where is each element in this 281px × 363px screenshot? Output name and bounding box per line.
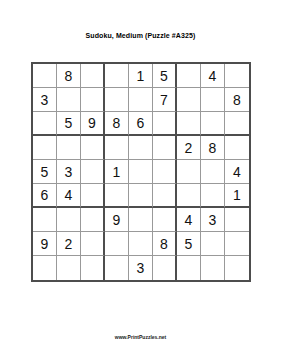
cell-r7c1 xyxy=(33,208,57,232)
cell-r5c2: 3 xyxy=(57,160,81,184)
cell-r5c4: 1 xyxy=(105,160,129,184)
cell-r2c3 xyxy=(81,88,105,112)
cell-r3c6 xyxy=(153,112,177,136)
cell-r7c4: 9 xyxy=(105,208,129,232)
cell-r8c3 xyxy=(81,232,105,256)
cell-r9c2 xyxy=(57,256,81,280)
cell-r5c6 xyxy=(153,160,177,184)
cell-r8c8 xyxy=(201,232,225,256)
cell-r6c3 xyxy=(81,184,105,208)
cell-r4c6 xyxy=(153,136,177,160)
cell-r6c6 xyxy=(153,184,177,208)
cell-r9c7 xyxy=(177,256,201,280)
cell-r9c6 xyxy=(153,256,177,280)
cell-r9c3 xyxy=(81,256,105,280)
cell-r5c9: 4 xyxy=(225,160,249,184)
cell-r3c4: 8 xyxy=(105,112,129,136)
cell-r1c1 xyxy=(33,64,57,88)
cell-r1c5: 1 xyxy=(129,64,153,88)
cell-r1c2: 8 xyxy=(57,64,81,88)
cell-r7c2 xyxy=(57,208,81,232)
sudoku-board: 8154378598628531464194392853 xyxy=(31,62,251,282)
cell-r5c3 xyxy=(81,160,105,184)
cell-r2c9: 8 xyxy=(225,88,249,112)
cell-r8c2: 2 xyxy=(57,232,81,256)
cell-r8c6: 8 xyxy=(153,232,177,256)
cell-r3c5: 6 xyxy=(129,112,153,136)
cell-r9c1 xyxy=(33,256,57,280)
cell-r5c5 xyxy=(129,160,153,184)
cell-r6c8 xyxy=(201,184,225,208)
cell-r7c6 xyxy=(153,208,177,232)
cell-r4c7: 2 xyxy=(177,136,201,160)
cell-r3c2: 5 xyxy=(57,112,81,136)
cell-r3c9 xyxy=(225,112,249,136)
cell-r6c2: 4 xyxy=(57,184,81,208)
cell-r5c7 xyxy=(177,160,201,184)
cell-r4c3 xyxy=(81,136,105,160)
cell-r4c4 xyxy=(105,136,129,160)
cell-r1c7 xyxy=(177,64,201,88)
puzzle-title: Sudoku, Medium (Puzzle #A325) xyxy=(0,32,281,39)
cell-r8c7: 5 xyxy=(177,232,201,256)
cell-r3c8 xyxy=(201,112,225,136)
cell-r8c4 xyxy=(105,232,129,256)
cell-r6c1: 6 xyxy=(33,184,57,208)
cell-r2c5 xyxy=(129,88,153,112)
cell-r5c1: 5 xyxy=(33,160,57,184)
cell-r5c8 xyxy=(201,160,225,184)
cell-r7c7: 4 xyxy=(177,208,201,232)
cell-r7c3 xyxy=(81,208,105,232)
cell-r1c9 xyxy=(225,64,249,88)
cell-r2c1: 3 xyxy=(33,88,57,112)
cell-r6c9: 1 xyxy=(225,184,249,208)
cell-r1c4 xyxy=(105,64,129,88)
cell-r4c8: 8 xyxy=(201,136,225,160)
cell-r2c2 xyxy=(57,88,81,112)
cell-r3c3: 9 xyxy=(81,112,105,136)
cell-r4c2 xyxy=(57,136,81,160)
cell-r3c7 xyxy=(177,112,201,136)
cell-r9c4 xyxy=(105,256,129,280)
cell-r2c4 xyxy=(105,88,129,112)
cell-r8c9 xyxy=(225,232,249,256)
printable-sudoku-page: Sudoku, Medium (Puzzle #A325) 8154378598… xyxy=(0,0,281,363)
cell-r1c6: 5 xyxy=(153,64,177,88)
cell-r1c8: 4 xyxy=(201,64,225,88)
cell-r6c5 xyxy=(129,184,153,208)
cell-r9c9 xyxy=(225,256,249,280)
cell-r2c8 xyxy=(201,88,225,112)
cell-r7c9 xyxy=(225,208,249,232)
cell-r4c5 xyxy=(129,136,153,160)
cell-r3c1 xyxy=(33,112,57,136)
cell-r4c9 xyxy=(225,136,249,160)
site-credit: www.PrintPuzzles.net xyxy=(0,334,281,340)
cell-r6c4 xyxy=(105,184,129,208)
cell-r6c7 xyxy=(177,184,201,208)
cell-r7c8: 3 xyxy=(201,208,225,232)
cell-r8c1: 9 xyxy=(33,232,57,256)
cell-r1c3 xyxy=(81,64,105,88)
cell-r2c7 xyxy=(177,88,201,112)
cell-r2c6: 7 xyxy=(153,88,177,112)
cell-r7c5 xyxy=(129,208,153,232)
cell-r9c5: 3 xyxy=(129,256,153,280)
cell-r9c8 xyxy=(201,256,225,280)
cell-r4c1 xyxy=(33,136,57,160)
cell-r8c5 xyxy=(129,232,153,256)
